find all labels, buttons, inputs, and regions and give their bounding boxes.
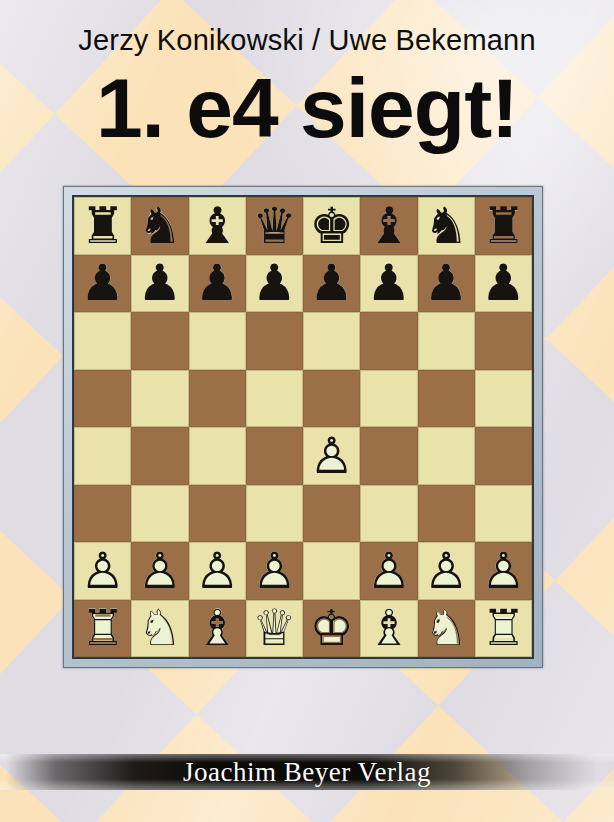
square-h2: ♟♙ — [475, 542, 532, 600]
piece-black-pawn: ♙♟ — [309, 258, 354, 308]
piece-black-pawn: ♙♟ — [80, 258, 125, 308]
piece-white-pawn: ♟♙ — [195, 546, 240, 596]
piece-glyph-overlay: ♖ — [481, 603, 526, 653]
square-f5 — [360, 370, 417, 428]
piece-white-pawn: ♟♙ — [137, 546, 182, 596]
square-b6 — [131, 312, 188, 370]
square-e8: ♔♚ — [303, 197, 360, 255]
piece-glyph-overlay: ♗ — [195, 603, 240, 653]
piece-white-knight: ♞♘ — [424, 603, 469, 653]
square-f6 — [360, 312, 417, 370]
piece-black-king: ♔♚ — [309, 201, 354, 251]
piece-glyph-overlay: ♗ — [366, 603, 411, 653]
square-c3 — [189, 485, 246, 543]
square-d5 — [246, 370, 303, 428]
square-c4 — [189, 427, 246, 485]
square-g7: ♙♟ — [418, 255, 475, 313]
square-e7: ♙♟ — [303, 255, 360, 313]
square-c8: ♗♝ — [189, 197, 246, 255]
piece-glyph-overlay: ♙ — [309, 431, 354, 481]
piece-glyph-overlay: ♞ — [137, 201, 182, 251]
piece-black-queen: ♕♛ — [252, 201, 297, 251]
square-e1: ♚♔ — [303, 600, 360, 658]
square-e4: ♟♙ — [303, 427, 360, 485]
square-c6 — [189, 312, 246, 370]
square-e3 — [303, 485, 360, 543]
piece-black-bishop: ♗♝ — [195, 201, 240, 251]
piece-white-queen: ♛♕ — [252, 603, 297, 653]
square-e6 — [303, 312, 360, 370]
square-f7: ♙♟ — [360, 255, 417, 313]
piece-black-rook: ♖♜ — [481, 201, 526, 251]
piece-white-pawn: ♟♙ — [366, 546, 411, 596]
piece-glyph-overlay: ♝ — [195, 201, 240, 251]
piece-glyph-overlay: ♙ — [481, 546, 526, 596]
square-d8: ♕♛ — [246, 197, 303, 255]
publisher-name: Joachim Beyer Verlag — [183, 757, 431, 788]
square-h5 — [475, 370, 532, 428]
piece-glyph-overlay: ♙ — [366, 546, 411, 596]
piece-glyph-overlay: ♟ — [195, 258, 240, 308]
square-f2: ♟♙ — [360, 542, 417, 600]
piece-glyph-overlay: ♟ — [137, 258, 182, 308]
square-b8: ♘♞ — [131, 197, 188, 255]
piece-glyph-overlay: ♙ — [137, 546, 182, 596]
square-d3 — [246, 485, 303, 543]
chess-board: ♖♜♘♞♗♝♕♛♔♚♗♝♘♞♖♜♙♟♙♟♙♟♙♟♙♟♙♟♙♟♙♟♟♙♟♙♟♙♟♙… — [72, 195, 534, 659]
piece-white-king: ♚♔ — [309, 603, 354, 653]
square-e5 — [303, 370, 360, 428]
piece-black-rook: ♖♜ — [80, 201, 125, 251]
square-g5 — [418, 370, 475, 428]
square-g6 — [418, 312, 475, 370]
square-h6 — [475, 312, 532, 370]
piece-glyph-overlay: ♛ — [252, 201, 297, 251]
piece-glyph-overlay: ♟ — [80, 258, 125, 308]
square-b4 — [131, 427, 188, 485]
square-d1: ♛♕ — [246, 600, 303, 658]
piece-glyph-overlay: ♟ — [309, 258, 354, 308]
piece-glyph-overlay: ♙ — [80, 546, 125, 596]
piece-white-bishop: ♝♗ — [195, 603, 240, 653]
piece-white-pawn: ♟♙ — [424, 546, 469, 596]
piece-white-pawn: ♟♙ — [481, 546, 526, 596]
piece-glyph-overlay: ♕ — [252, 603, 297, 653]
piece-white-pawn: ♟♙ — [309, 431, 354, 481]
piece-glyph-overlay: ♟ — [252, 258, 297, 308]
square-b2: ♟♙ — [131, 542, 188, 600]
square-h7: ♙♟ — [475, 255, 532, 313]
square-d6 — [246, 312, 303, 370]
book-title: 1. e4 siegt! — [0, 60, 614, 157]
square-b5 — [131, 370, 188, 428]
piece-black-pawn: ♙♟ — [252, 258, 297, 308]
square-a7: ♙♟ — [74, 255, 131, 313]
piece-glyph-overlay: ♖ — [80, 603, 125, 653]
piece-glyph-overlay: ♙ — [195, 546, 240, 596]
square-g8: ♘♞ — [418, 197, 475, 255]
square-h8: ♖♜ — [475, 197, 532, 255]
piece-black-pawn: ♙♟ — [481, 258, 526, 308]
square-a8: ♖♜ — [74, 197, 131, 255]
piece-glyph-overlay: ♙ — [252, 546, 297, 596]
square-d7: ♙♟ — [246, 255, 303, 313]
piece-glyph-overlay: ♝ — [366, 201, 411, 251]
piece-black-knight: ♘♞ — [424, 201, 469, 251]
piece-black-pawn: ♙♟ — [424, 258, 469, 308]
piece-glyph-overlay: ♔ — [309, 603, 354, 653]
piece-white-rook: ♜♖ — [80, 603, 125, 653]
square-f3 — [360, 485, 417, 543]
square-f1: ♝♗ — [360, 600, 417, 658]
book-cover: Jerzy Konikowski / Uwe Bekemann 1. e4 si… — [0, 0, 614, 822]
square-c7: ♙♟ — [189, 255, 246, 313]
square-a6 — [74, 312, 131, 370]
piece-glyph-overlay: ♞ — [424, 201, 469, 251]
square-c2: ♟♙ — [189, 542, 246, 600]
chess-board-frame: ♖♜♘♞♗♝♕♛♔♚♗♝♘♞♖♜♙♟♙♟♙♟♙♟♙♟♙♟♙♟♙♟♟♙♟♙♟♙♟♙… — [63, 186, 543, 668]
piece-glyph-overlay: ♙ — [424, 546, 469, 596]
square-c5 — [189, 370, 246, 428]
square-a5 — [74, 370, 131, 428]
square-h3 — [475, 485, 532, 543]
piece-glyph-overlay: ♘ — [424, 603, 469, 653]
piece-black-pawn: ♙♟ — [137, 258, 182, 308]
square-a3 — [74, 485, 131, 543]
square-b3 — [131, 485, 188, 543]
piece-glyph-overlay: ♟ — [424, 258, 469, 308]
square-c1: ♝♗ — [189, 600, 246, 658]
piece-black-pawn: ♙♟ — [195, 258, 240, 308]
piece-white-pawn: ♟♙ — [252, 546, 297, 596]
piece-glyph-overlay: ♚ — [309, 201, 354, 251]
author-line: Jerzy Konikowski / Uwe Bekemann — [0, 24, 614, 57]
square-d4 — [246, 427, 303, 485]
square-g1: ♞♘ — [418, 600, 475, 658]
square-a2: ♟♙ — [74, 542, 131, 600]
square-f8: ♗♝ — [360, 197, 417, 255]
piece-black-pawn: ♙♟ — [366, 258, 411, 308]
square-g2: ♟♙ — [418, 542, 475, 600]
publisher-banner: Joachim Beyer Verlag — [0, 754, 614, 790]
square-e2 — [303, 542, 360, 600]
square-a1: ♜♖ — [74, 600, 131, 658]
piece-glyph-overlay: ♟ — [366, 258, 411, 308]
square-d2: ♟♙ — [246, 542, 303, 600]
square-b7: ♙♟ — [131, 255, 188, 313]
square-g4 — [418, 427, 475, 485]
piece-white-pawn: ♟♙ — [80, 546, 125, 596]
square-b1: ♞♘ — [131, 600, 188, 658]
piece-glyph-overlay: ♘ — [137, 603, 182, 653]
square-h4 — [475, 427, 532, 485]
square-f4 — [360, 427, 417, 485]
square-h1: ♜♖ — [475, 600, 532, 658]
piece-white-rook: ♜♖ — [481, 603, 526, 653]
square-a4 — [74, 427, 131, 485]
piece-glyph-overlay: ♜ — [481, 201, 526, 251]
piece-white-bishop: ♝♗ — [366, 603, 411, 653]
piece-glyph-overlay: ♜ — [80, 201, 125, 251]
square-g3 — [418, 485, 475, 543]
piece-white-knight: ♞♘ — [137, 603, 182, 653]
piece-black-bishop: ♗♝ — [366, 201, 411, 251]
piece-black-knight: ♘♞ — [137, 201, 182, 251]
piece-glyph-overlay: ♟ — [481, 258, 526, 308]
